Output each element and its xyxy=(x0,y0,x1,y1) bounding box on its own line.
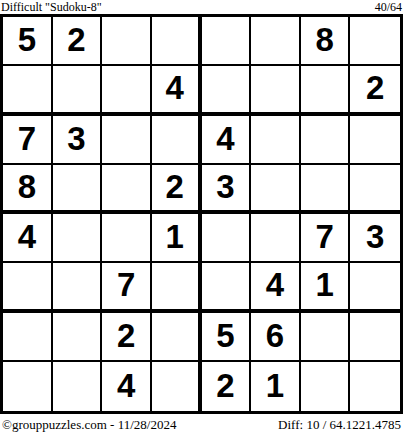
cell-r1c2: 2 xyxy=(53,17,103,66)
cell-r5c3[interactable] xyxy=(102,214,152,263)
cell-r5c1: 4 xyxy=(3,214,53,263)
cell-r7c5: 5 xyxy=(202,313,252,362)
cell-r7c3: 2 xyxy=(102,313,152,362)
cell-r6c6: 4 xyxy=(251,263,301,312)
cell-r7c4[interactable] xyxy=(152,313,202,362)
cell-r4c5: 3 xyxy=(202,165,252,214)
given-digit: 1 xyxy=(166,220,184,253)
cell-r6c5[interactable] xyxy=(202,263,252,312)
cell-r4c6[interactable] xyxy=(251,165,301,214)
cell-r3c7[interactable] xyxy=(301,116,351,165)
cell-r4c8[interactable] xyxy=(350,165,400,214)
cell-r2c2[interactable] xyxy=(53,66,103,115)
given-digit: 5 xyxy=(18,23,36,56)
cell-r3c2: 3 xyxy=(53,116,103,165)
cell-r7c6: 6 xyxy=(251,313,301,362)
cell-r3c5: 4 xyxy=(202,116,252,165)
cell-r2c4: 4 xyxy=(152,66,202,115)
cell-r8c7[interactable] xyxy=(301,362,351,411)
cell-r3c4[interactable] xyxy=(152,116,202,165)
cell-r2c5[interactable] xyxy=(202,66,252,115)
given-digit: 5 xyxy=(216,319,234,352)
given-digit: 3 xyxy=(67,122,85,155)
given-digit: 4 xyxy=(166,71,184,104)
cell-r1c4[interactable] xyxy=(152,17,202,66)
given-digit: 3 xyxy=(216,170,234,203)
cell-r4c7[interactable] xyxy=(301,165,351,214)
cell-r4c4: 2 xyxy=(152,165,202,214)
cell-r2c3[interactable] xyxy=(102,66,152,115)
given-digit: 2 xyxy=(166,170,184,203)
cell-r5c4: 1 xyxy=(152,214,202,263)
cell-r8c6: 1 xyxy=(251,362,301,411)
cell-r1c5[interactable] xyxy=(202,17,252,66)
footer: ©grouppuzzles.com - 11/28/2024 Diff: 10 … xyxy=(0,414,403,437)
cell-r4c3[interactable] xyxy=(102,165,152,214)
cell-r8c1[interactable] xyxy=(3,362,53,411)
cell-r5c7: 7 xyxy=(301,214,351,263)
cell-r2c6[interactable] xyxy=(251,66,301,115)
cell-r6c3: 7 xyxy=(102,263,152,312)
cell-r1c1: 5 xyxy=(3,17,53,66)
cell-r4c2[interactable] xyxy=(53,165,103,214)
cell-r6c7: 1 xyxy=(301,263,351,312)
cell-r2c8: 2 xyxy=(350,66,400,115)
cell-r2c1[interactable] xyxy=(3,66,53,115)
cell-r8c2[interactable] xyxy=(53,362,103,411)
given-digit: 4 xyxy=(117,369,135,402)
given-digit: 2 xyxy=(117,319,135,352)
cell-r3c6[interactable] xyxy=(251,116,301,165)
given-digit: 1 xyxy=(315,268,333,301)
cell-r1c3[interactable] xyxy=(102,17,152,66)
given-digit: 4 xyxy=(266,268,284,301)
given-digit: 6 xyxy=(266,319,284,352)
puzzle-title: Difficult "Sudoku-8" xyxy=(1,1,102,14)
cell-r5c2[interactable] xyxy=(53,214,103,263)
cell-r4c1: 8 xyxy=(3,165,53,214)
cell-r3c8[interactable] xyxy=(350,116,400,165)
cell-r3c3[interactable] xyxy=(102,116,152,165)
cell-r8c4[interactable] xyxy=(152,362,202,411)
sudoku-grid: 528427348234173741256421 xyxy=(0,14,403,414)
sudoku-page: Difficult "Sudoku-8" 40/64 5284273482341… xyxy=(0,0,403,437)
given-digit: 4 xyxy=(18,220,36,253)
difficulty-text: Diff: 10 / 64.1221.4785 xyxy=(278,417,401,433)
cell-r1c6[interactable] xyxy=(251,17,301,66)
cell-r7c7[interactable] xyxy=(301,313,351,362)
cell-r6c8[interactable] xyxy=(350,263,400,312)
cell-r5c6[interactable] xyxy=(251,214,301,263)
cell-r6c2[interactable] xyxy=(53,263,103,312)
given-digit: 2 xyxy=(216,369,234,402)
given-digit: 7 xyxy=(315,220,333,253)
given-digit: 8 xyxy=(18,170,36,203)
cell-r8c5: 2 xyxy=(202,362,252,411)
copyright-text: ©grouppuzzles.com - 11/28/2024 xyxy=(2,417,176,433)
given-digit: 7 xyxy=(117,268,135,301)
cell-r8c3: 4 xyxy=(102,362,152,411)
given-digit: 1 xyxy=(266,369,284,402)
givens-counter: 40/64 xyxy=(375,1,402,14)
given-digit: 2 xyxy=(67,23,85,56)
given-digit: 2 xyxy=(366,71,384,104)
given-digit: 7 xyxy=(18,122,36,155)
cell-r5c8: 3 xyxy=(350,214,400,263)
cell-r6c4[interactable] xyxy=(152,263,202,312)
given-digit: 4 xyxy=(216,122,234,155)
given-digit: 3 xyxy=(366,220,384,253)
cell-r8c8[interactable] xyxy=(350,362,400,411)
cell-r1c8[interactable] xyxy=(350,17,400,66)
cell-r7c2[interactable] xyxy=(53,313,103,362)
cell-r7c8[interactable] xyxy=(350,313,400,362)
given-digit: 8 xyxy=(315,23,333,56)
cell-r2c7[interactable] xyxy=(301,66,351,115)
cell-r7c1[interactable] xyxy=(3,313,53,362)
cell-r3c1: 7 xyxy=(3,116,53,165)
cell-r5c5[interactable] xyxy=(202,214,252,263)
cell-r6c1[interactable] xyxy=(3,263,53,312)
cell-r1c7: 8 xyxy=(301,17,351,66)
header: Difficult "Sudoku-8" 40/64 xyxy=(0,0,403,14)
